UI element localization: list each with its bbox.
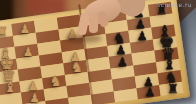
square-a5 (91, 91, 115, 104)
square-a7: ♟ (136, 85, 160, 100)
hand-shadow (66, 34, 102, 43)
watermark: science.ru (157, 1, 192, 8)
middle-finger (89, 14, 98, 33)
black-pawn-a7: ♟ (144, 87, 155, 99)
square-a8: ♜ (159, 81, 183, 96)
square-a6 (114, 88, 138, 103)
white-pawn-a2: ♟ (30, 103, 41, 104)
black-rook-a8: ♜ (166, 82, 178, 95)
square-b1 (0, 92, 22, 104)
chess-photo-scene: ♜♟♟♜♟♟♝♟♞♟♝♚♟♟♚♛♞♟♛♝♟♞♝♟♟♞♜♟♟♜ science.r… (0, 0, 196, 104)
